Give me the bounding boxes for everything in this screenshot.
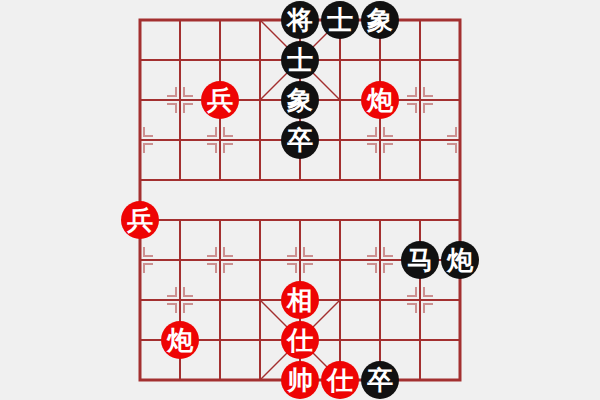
xiangqi-board: 将士象士兵象炮卒兵马炮相炮仕帅仕卒 — [0, 0, 600, 400]
piece-black-elephant[interactable]: 象 — [361, 1, 399, 39]
piece-red-cannon[interactable]: 炮 — [361, 81, 399, 119]
piece-black-advisor[interactable]: 士 — [321, 1, 359, 39]
piece-black-elephant[interactable]: 象 — [281, 81, 319, 119]
piece-black-soldier[interactable]: 卒 — [361, 361, 399, 399]
board-intersections: 将士象士兵象炮卒兵马炮相炮仕帅仕卒 — [120, 0, 480, 400]
piece-red-advisor[interactable]: 仕 — [321, 361, 359, 399]
piece-red-soldier[interactable]: 兵 — [201, 81, 239, 119]
piece-black-horse[interactable]: 马 — [401, 241, 439, 279]
piece-red-advisor[interactable]: 仕 — [281, 321, 319, 359]
piece-black-general[interactable]: 将 — [281, 1, 319, 39]
piece-black-advisor[interactable]: 士 — [281, 41, 319, 79]
piece-red-soldier[interactable]: 兵 — [121, 201, 159, 239]
piece-black-soldier[interactable]: 卒 — [281, 121, 319, 159]
piece-red-general[interactable]: 帅 — [281, 361, 319, 399]
piece-red-cannon[interactable]: 炮 — [161, 321, 199, 359]
piece-red-elephant[interactable]: 相 — [281, 281, 319, 319]
piece-black-cannon[interactable]: 炮 — [441, 241, 479, 279]
